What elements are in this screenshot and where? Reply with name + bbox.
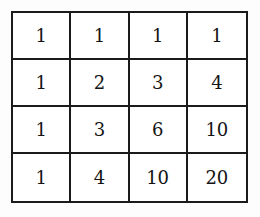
cell-r2-c3: 10: [188, 107, 246, 154]
cell-r3-c3: 20: [188, 154, 246, 201]
cell-r1-c2: 3: [130, 60, 188, 107]
cell-r1-c1: 2: [71, 60, 129, 107]
cell-r0-c1: 1: [71, 13, 129, 60]
cell-r1-c0: 1: [13, 60, 71, 107]
cell-r3-c1: 4: [71, 154, 129, 201]
cell-r0-c2: 1: [130, 13, 188, 60]
number-grid-board: 1 1 1 1 1 2 3 4 1 3 6 10 1 4 10 20: [11, 11, 248, 203]
cell-r0-c0: 1: [13, 13, 71, 60]
cell-r2-c2: 6: [130, 107, 188, 154]
cell-r3-c0: 1: [13, 154, 71, 201]
cell-r3-c2: 10: [130, 154, 188, 201]
cell-r1-c3: 4: [188, 60, 246, 107]
cell-r2-c0: 1: [13, 107, 71, 154]
cell-r0-c3: 1: [188, 13, 246, 60]
cell-r2-c1: 3: [71, 107, 129, 154]
